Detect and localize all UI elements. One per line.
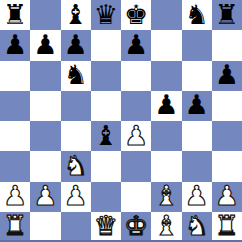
square-e8[interactable]: ♚	[121, 0, 151, 30]
square-f2[interactable]: ♝	[151, 182, 181, 212]
piece-white-pawn[interactable]: ♟	[185, 182, 209, 209]
square-e7[interactable]: ♟	[121, 30, 151, 60]
square-h4[interactable]	[212, 121, 242, 151]
piece-white-bishop[interactable]: ♝	[154, 212, 178, 239]
square-f7[interactable]	[151, 30, 181, 60]
piece-white-pawn[interactable]: ♟	[215, 182, 239, 209]
piece-white-queen[interactable]: ♛	[94, 212, 118, 239]
square-b7[interactable]: ♟	[30, 30, 60, 60]
square-h6[interactable]: ♟	[212, 61, 242, 91]
piece-white-rook[interactable]: ♜	[215, 212, 239, 239]
square-a5[interactable]	[0, 91, 30, 121]
piece-white-pawn[interactable]: ♟	[33, 182, 57, 209]
square-f3[interactable]	[151, 151, 181, 181]
piece-white-pawn[interactable]: ♟	[64, 182, 88, 209]
square-g6[interactable]	[182, 61, 212, 91]
piece-white-bishop[interactable]: ♝	[154, 182, 178, 209]
piece-black-pawn[interactable]: ♟	[64, 31, 88, 58]
square-c3[interactable]: ♞	[61, 151, 91, 181]
square-h3[interactable]	[212, 151, 242, 181]
piece-white-knight[interactable]: ♞	[185, 212, 209, 239]
piece-black-pawn[interactable]: ♟	[3, 31, 27, 58]
square-g2[interactable]: ♟	[182, 182, 212, 212]
square-b1[interactable]	[30, 212, 60, 242]
square-d6[interactable]	[91, 61, 121, 91]
square-c8[interactable]: ♝	[61, 0, 91, 30]
square-c5[interactable]	[61, 91, 91, 121]
piece-black-king[interactable]: ♚	[124, 1, 148, 28]
square-f8[interactable]	[151, 0, 181, 30]
square-c1[interactable]	[61, 212, 91, 242]
square-h7[interactable]	[212, 30, 242, 60]
square-f6[interactable]	[151, 61, 181, 91]
square-a2[interactable]: ♟	[0, 182, 30, 212]
square-b4[interactable]	[30, 121, 60, 151]
square-b3[interactable]	[30, 151, 60, 181]
square-b5[interactable]	[30, 91, 60, 121]
square-e4[interactable]: ♟	[121, 121, 151, 151]
square-f1[interactable]: ♝	[151, 212, 181, 242]
chess-board-widget: ♜♝♛♚♞♜♟♟♟♟♞♟♟♟♝♟♞♟♟♟♝♟♟♜♛♚♝♞♜	[0, 0, 242, 242]
chess-board: ♜♝♛♚♞♜♟♟♟♟♞♟♟♟♝♟♞♟♟♟♝♟♟♜♛♚♝♞♜	[0, 0, 242, 242]
square-a8[interactable]: ♜	[0, 0, 30, 30]
square-e1[interactable]: ♚	[121, 212, 151, 242]
square-e2[interactable]	[121, 182, 151, 212]
piece-black-pawn[interactable]: ♟	[33, 31, 57, 58]
square-g5[interactable]: ♟	[182, 91, 212, 121]
piece-black-pawn[interactable]: ♟	[124, 31, 148, 58]
square-e5[interactable]	[121, 91, 151, 121]
piece-black-knight[interactable]: ♞	[185, 1, 209, 28]
square-g3[interactable]	[182, 151, 212, 181]
square-h5[interactable]	[212, 91, 242, 121]
piece-black-pawn[interactable]: ♟	[154, 91, 178, 118]
piece-black-bishop[interactable]: ♝	[94, 122, 118, 149]
square-g7[interactable]	[182, 30, 212, 60]
square-d2[interactable]	[91, 182, 121, 212]
square-d5[interactable]	[91, 91, 121, 121]
piece-white-knight[interactable]: ♞	[64, 152, 88, 179]
piece-black-pawn[interactable]: ♟	[185, 91, 209, 118]
piece-white-pawn[interactable]: ♟	[124, 122, 148, 149]
piece-white-king[interactable]: ♚	[124, 212, 148, 239]
square-b2[interactable]: ♟	[30, 182, 60, 212]
square-d8[interactable]: ♛	[91, 0, 121, 30]
square-b8[interactable]	[30, 0, 60, 30]
square-e3[interactable]	[121, 151, 151, 181]
piece-white-pawn[interactable]: ♟	[3, 182, 27, 209]
square-b6[interactable]	[30, 61, 60, 91]
square-a1[interactable]: ♜	[0, 212, 30, 242]
piece-black-pawn[interactable]: ♟	[215, 61, 239, 88]
square-a3[interactable]	[0, 151, 30, 181]
square-a7[interactable]: ♟	[0, 30, 30, 60]
piece-black-knight[interactable]: ♞	[64, 61, 88, 88]
square-g8[interactable]: ♞	[182, 0, 212, 30]
piece-white-rook[interactable]: ♜	[3, 212, 27, 239]
square-g1[interactable]: ♞	[182, 212, 212, 242]
square-c4[interactable]	[61, 121, 91, 151]
piece-black-bishop[interactable]: ♝	[64, 1, 88, 28]
square-d1[interactable]: ♛	[91, 212, 121, 242]
square-a4[interactable]	[0, 121, 30, 151]
square-d3[interactable]	[91, 151, 121, 181]
piece-black-rook[interactable]: ♜	[215, 1, 239, 28]
square-d4[interactable]: ♝	[91, 121, 121, 151]
square-f4[interactable]	[151, 121, 181, 151]
piece-black-queen[interactable]: ♛	[94, 1, 118, 28]
square-c2[interactable]: ♟	[61, 182, 91, 212]
square-f5[interactable]: ♟	[151, 91, 181, 121]
square-c6[interactable]: ♞	[61, 61, 91, 91]
square-h2[interactable]: ♟	[212, 182, 242, 212]
piece-black-rook[interactable]: ♜	[3, 1, 27, 28]
square-a6[interactable]	[0, 61, 30, 91]
square-h8[interactable]: ♜	[212, 0, 242, 30]
square-c7[interactable]: ♟	[61, 30, 91, 60]
square-g4[interactable]	[182, 121, 212, 151]
square-d7[interactable]	[91, 30, 121, 60]
square-h1[interactable]: ♜	[212, 212, 242, 242]
square-e6[interactable]	[121, 61, 151, 91]
